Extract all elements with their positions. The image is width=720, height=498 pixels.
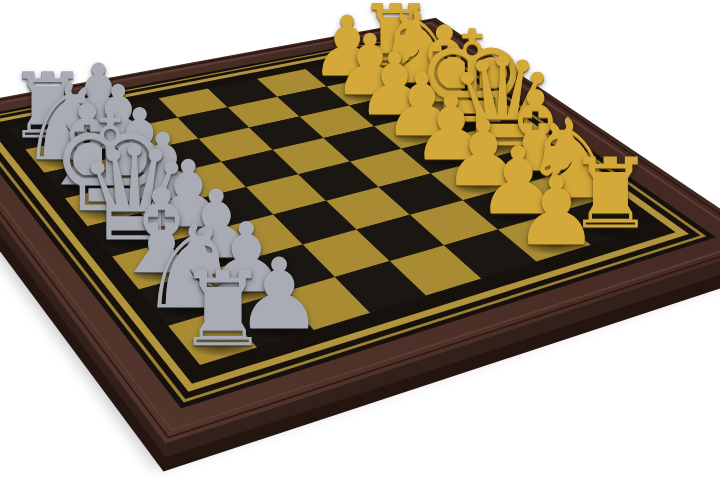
piece-black-rook-a8: ♜: [161, 258, 285, 361]
piece-white-pawn-a2: ♟: [499, 164, 613, 259]
chess-set-photo: ♜♟♞♟♝♟♚♟♟♜♛♟♟♞♝♟♝♟♞♟♚♟♟♜♛♟♟♝♟♞♟♜: [0, 0, 720, 498]
